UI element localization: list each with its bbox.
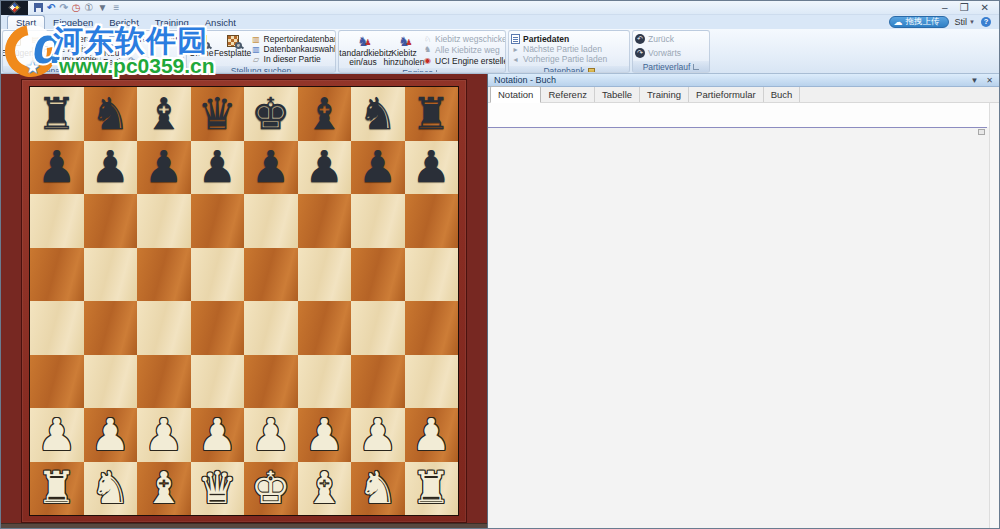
save-icon[interactable] xyxy=(34,3,43,12)
square-h8[interactable]: ♜ xyxy=(405,87,459,141)
tab-buch[interactable]: Buch xyxy=(764,87,801,102)
notation-panel: Notation - Buch ▼ ✕ Notation Referenz Ta… xyxy=(488,74,999,529)
tab-eingeben[interactable]: Eingeben xyxy=(45,16,101,29)
white-pawn[interactable]: ♟ xyxy=(305,413,344,457)
square-d5[interactable] xyxy=(191,248,245,302)
white-bishop[interactable]: ♝ xyxy=(144,466,183,510)
panel-close-icon[interactable]: ✕ xyxy=(986,76,993,85)
square-e3[interactable] xyxy=(244,355,298,409)
square-g5[interactable] xyxy=(351,248,405,302)
brett-kopieren-button[interactable]: ▤Brett kopieren xyxy=(31,34,98,44)
square-e7[interactable]: ♟ xyxy=(244,141,298,195)
engine-one-icon[interactable]: ① xyxy=(85,3,94,13)
square-c2[interactable]: ♟ xyxy=(137,408,191,462)
wiederholen-button[interactable]: ↷Wiederholen xyxy=(127,56,184,66)
square-g7[interactable]: ♟ xyxy=(351,141,405,195)
white-pawn[interactable]: ♟ xyxy=(198,413,237,457)
square-f3[interactable] xyxy=(298,355,352,409)
white-rook[interactable]: ♜ xyxy=(412,466,451,510)
square-f7[interactable]: ♟ xyxy=(298,141,352,195)
window-controls: – ❐ ✕ xyxy=(942,2,999,13)
copy-icon: ▤ xyxy=(31,45,40,54)
white-pawn[interactable]: ♟ xyxy=(91,413,130,457)
notation-empty-body xyxy=(488,128,999,529)
square-b5[interactable] xyxy=(84,248,138,302)
dialog-launcher-icon[interactable] xyxy=(436,70,442,73)
database-select-icon: ▥ xyxy=(252,45,261,54)
square-h7[interactable]: ♟ xyxy=(405,141,459,195)
app-window: ↶ ↷ ◷ ① ▼ ≡ – ❐ ✕ Start Eingeben Bericht… xyxy=(0,0,1000,529)
repertoiredatenbank-button[interactable]: ▥Repertoiredatenbank xyxy=(252,34,336,44)
square-b1[interactable]: ♞ xyxy=(84,462,138,516)
datenbankauswahl-button[interactable]: ▥Datenbankauswahl xyxy=(252,44,336,54)
square-a1[interactable]: ♜ xyxy=(30,462,84,516)
black-pawn[interactable]: ♟ xyxy=(412,145,451,189)
notation-content[interactable] xyxy=(488,103,999,529)
group-label: Stellung suchen xyxy=(231,66,292,73)
partie-kopieren-button[interactable]: ▤Partie kopieren xyxy=(31,44,98,54)
square-b3[interactable] xyxy=(84,355,138,409)
notation-tab-bar: Notation Referenz Tabelle Training Parti… xyxy=(488,87,999,103)
group-label: Partie xyxy=(131,68,153,73)
black-pawn[interactable]: ♟ xyxy=(305,145,344,189)
style-dropdown[interactable]: Stil▼ xyxy=(955,17,975,27)
square-h5[interactable] xyxy=(405,248,459,302)
stellung-kopieren-button[interactable]: ▤Stellung kopieren xyxy=(31,54,98,64)
cloud-icon: ☁ xyxy=(894,17,903,27)
black-king[interactable]: ♚ xyxy=(251,92,290,136)
maximize-button[interactable]: ❐ xyxy=(960,2,969,13)
square-g8[interactable]: ♞ xyxy=(351,87,405,141)
square-h6[interactable] xyxy=(405,194,459,248)
white-bishop[interactable]: ♝ xyxy=(305,466,344,510)
result-marker-icon xyxy=(978,129,985,135)
board-panel: ♜♞♝♛♚♝♞♜♟♟♟♟♟♟♟♟♟♟♟♟♟♟♟♟♜♞♝♛♚♝♞♜ xyxy=(1,74,488,529)
qat-customize-icon[interactable]: ≡ xyxy=(113,3,119,13)
square-e5[interactable] xyxy=(244,248,298,302)
game-data-icon xyxy=(511,34,520,44)
ribbon-group-partieverlauf: ↶Zurück ↷Vorwärts Partieverlauf xyxy=(632,30,710,73)
quick-access-toolbar: ↶ ↷ ◷ ① ▼ ≡ xyxy=(34,3,119,13)
square-b2[interactable]: ♟ xyxy=(84,408,138,462)
minimize-button[interactable]: – xyxy=(942,2,948,13)
group-label: Partieverlauf xyxy=(643,62,691,72)
white-pawn[interactable]: ♟ xyxy=(37,413,76,457)
square-h4[interactable] xyxy=(405,301,459,355)
black-pawn[interactable]: ♟ xyxy=(251,145,290,189)
black-pawn[interactable]: ♟ xyxy=(198,145,237,189)
cloud-upload-button[interactable]: ☁拖拽上传 xyxy=(889,16,949,28)
panel-title: Notation - Buch xyxy=(494,75,556,85)
square-c8[interactable]: ♝ xyxy=(137,87,191,141)
app-menu-button[interactable] xyxy=(1,1,28,15)
square-e4[interactable] xyxy=(244,301,298,355)
alle-kiebitze-weg-button[interactable]: ♞Alle Kiebitze weg xyxy=(423,45,506,55)
square-a8[interactable]: ♜ xyxy=(30,87,84,141)
square-h2[interactable]: ♟ xyxy=(405,408,459,462)
tab-ansicht[interactable]: Ansicht xyxy=(197,16,244,29)
square-b4[interactable] xyxy=(84,301,138,355)
dialog-launcher-icon[interactable] xyxy=(693,64,699,70)
square-a7[interactable]: ♟ xyxy=(30,141,84,195)
help-icon[interactable]: ? xyxy=(981,17,991,27)
clock-icon[interactable]: ◷ xyxy=(72,3,81,13)
square-d6[interactable] xyxy=(191,194,245,248)
ribbon-group-partie: ❏ Neue Partie ↶Rückgängig ↷Wiederholen P… xyxy=(100,30,184,73)
uci-engine-icon: ◉ xyxy=(423,56,432,65)
board-frame: ♜♞♝♛♚♝♞♜♟♟♟♟♟♟♟♟♟♟♟♟♟♟♟♟♜♞♝♛♚♝♞♜ xyxy=(21,79,467,523)
white-pawn[interactable]: ♟ xyxy=(144,413,183,457)
black-pawn[interactable]: ♟ xyxy=(144,145,183,189)
black-rook[interactable]: ♜ xyxy=(37,92,76,136)
square-c1[interactable]: ♝ xyxy=(137,462,191,516)
chevron-down-icon: ▼ xyxy=(969,19,975,25)
chess-board[interactable]: ♜♞♝♛♚♝♞♜♟♟♟♟♟♟♟♟♟♟♟♟♟♟♟♟♜♞♝♛♚♝♞♜ xyxy=(29,86,459,516)
square-h1[interactable]: ♜ xyxy=(405,462,459,516)
square-g3[interactable] xyxy=(351,355,405,409)
rueckgaengig-button[interactable]: ↶Rückgängig xyxy=(127,34,184,44)
square-f8[interactable]: ♝ xyxy=(298,87,352,141)
next-game-icon: ▸ xyxy=(511,45,520,54)
square-b6[interactable] xyxy=(84,194,138,248)
square-d3[interactable] xyxy=(191,355,245,409)
notation-empty-header xyxy=(488,103,999,127)
square-f2[interactable]: ♟ xyxy=(298,408,352,462)
standardkiebitz-button[interactable]: ♞♟ Standardkiebitz ein/aus xyxy=(341,32,385,68)
previous-game-icon: ◂ xyxy=(511,55,520,64)
tab-partieformular[interactable]: Partieformular xyxy=(689,87,764,102)
square-f4[interactable] xyxy=(298,301,352,355)
new-game-icon: ❏ xyxy=(109,33,120,49)
black-knight[interactable]: ♞ xyxy=(91,92,130,136)
black-pawn[interactable]: ♟ xyxy=(358,145,397,189)
redo-icon: ↷ xyxy=(127,56,136,65)
online-suche-button[interactable]: Online xyxy=(189,32,214,66)
redo-icon[interactable]: ↷ xyxy=(59,3,67,13)
tab-training[interactable]: Training xyxy=(640,87,689,102)
kiebitz-hinzuholen-button[interactable]: ♞♟ Kiebitz hinzuholen xyxy=(387,32,421,68)
square-f6[interactable] xyxy=(298,194,352,248)
square-c5[interactable] xyxy=(137,248,191,302)
kiebitz-wegschicken-button[interactable]: ♘Kiebitz wegschicken xyxy=(423,34,506,44)
notation-panel-header[interactable]: Notation - Buch ▼ ✕ xyxy=(488,74,999,87)
group-label: Datenbank xyxy=(543,66,584,73)
kibitzer-icon: ♞♟ xyxy=(357,33,369,49)
square-e1[interactable]: ♚ xyxy=(244,462,298,516)
square-b8[interactable]: ♞ xyxy=(84,87,138,141)
undo-icon[interactable]: ↶ xyxy=(47,3,55,13)
scrollbar[interactable] xyxy=(989,103,999,529)
black-rook[interactable]: ♜ xyxy=(412,92,451,136)
tab-start[interactable]: Start xyxy=(7,15,45,29)
square-b7[interactable]: ♟ xyxy=(84,141,138,195)
black-bishop[interactable]: ♝ xyxy=(305,92,344,136)
white-pawn[interactable]: ♟ xyxy=(251,413,290,457)
titlebar-right-cluster: ☁拖拽上传 Stil▼ ? xyxy=(889,15,991,29)
white-pawn[interactable]: ♟ xyxy=(412,413,451,457)
square-g2[interactable]: ♟ xyxy=(351,408,405,462)
square-c4[interactable] xyxy=(137,301,191,355)
title-bar: ↶ ↷ ◷ ① ▼ ≡ – ❐ ✕ xyxy=(1,1,999,15)
square-a6[interactable] xyxy=(30,194,84,248)
tab-tabelle[interactable]: Tabelle xyxy=(595,87,640,102)
square-d8[interactable]: ♛ xyxy=(191,87,245,141)
back-icon: ↶ xyxy=(635,34,645,44)
vorherige-partie-laden-button[interactable]: ◂Vorherige Partie laden xyxy=(511,54,627,64)
ribbon-group-datenbank: Partiedaten ▸Nächste Partie laden ◂Vorhe… xyxy=(508,30,630,73)
kibitzer-add-icon: ♞♟ xyxy=(398,33,410,49)
square-a2[interactable]: ♟ xyxy=(30,408,84,462)
board-panel-bottom-strip xyxy=(1,523,487,529)
square-h3[interactable] xyxy=(405,355,459,409)
kibitzer-clear-icon: ♞ xyxy=(423,45,432,54)
kibitzer-remove-icon: ♘ xyxy=(423,35,432,44)
naechste-partie-laden-button[interactable]: ▸Nächste Partie laden xyxy=(511,44,627,54)
partiedaten-button[interactable]: Partiedaten xyxy=(511,34,627,44)
festplatte-suche-button[interactable]: Festplatte xyxy=(216,32,250,66)
copy-icon: ▤ xyxy=(31,35,40,44)
game-search-icon: ▱ xyxy=(252,55,261,64)
square-d1[interactable]: ♛ xyxy=(191,462,245,516)
square-e2[interactable]: ♟ xyxy=(244,408,298,462)
paste-icon xyxy=(13,33,21,49)
black-bishop[interactable]: ♝ xyxy=(144,92,183,136)
notation-separator-line xyxy=(488,127,987,128)
database-icon: ▥ xyxy=(252,35,261,44)
square-a3[interactable] xyxy=(30,355,84,409)
white-queen[interactable]: ♛ xyxy=(198,466,237,510)
database-small-icon xyxy=(588,68,595,73)
ribbon-group-engines: ♞♟ Standardkiebitz ein/aus ♞♟ Kiebitz hi… xyxy=(338,30,506,73)
vorwaerts-button[interactable]: ↷Vorwärts xyxy=(635,48,707,58)
square-d4[interactable] xyxy=(191,301,245,355)
ribbon-group-stellung-suchen: Online Festplatte ▥Repertoiredatenbank ▥… xyxy=(186,30,336,73)
neue-partie-button[interactable]: ❏ Neue Partie xyxy=(103,32,125,68)
white-knight[interactable]: ♞ xyxy=(358,466,397,510)
board-search-icon xyxy=(227,33,239,49)
white-rook[interactable]: ♜ xyxy=(37,466,76,510)
black-knight[interactable]: ♞ xyxy=(358,92,397,136)
tab-notation[interactable]: Notation xyxy=(490,86,541,103)
ribbon: Einfügen ▤Brett kopieren ▤Partie kopiere… xyxy=(1,29,999,74)
square-f1[interactable]: ♝ xyxy=(298,462,352,516)
board-search-icon xyxy=(195,33,207,49)
square-f5[interactable] xyxy=(298,248,352,302)
square-g6[interactable] xyxy=(351,194,405,248)
chessbase-logo-icon xyxy=(8,1,21,14)
ribbon-group-zwischenablage: Einfügen ▤Brett kopieren ▤Partie kopiere… xyxy=(2,30,98,73)
close-button[interactable]: ✕ xyxy=(981,2,989,13)
square-d7[interactable]: ♟ xyxy=(191,141,245,195)
square-e8[interactable]: ♚ xyxy=(244,87,298,141)
square-g1[interactable]: ♞ xyxy=(351,462,405,516)
copy-icon: ▤ xyxy=(31,55,40,64)
tab-bericht[interactable]: Bericht xyxy=(101,16,147,29)
black-pawn[interactable]: ♟ xyxy=(91,145,130,189)
square-a4[interactable] xyxy=(30,301,84,355)
white-king[interactable]: ♚ xyxy=(251,466,290,510)
undo-icon: ↶ xyxy=(127,35,136,44)
white-knight[interactable]: ♞ xyxy=(91,466,130,510)
square-d2[interactable]: ♟ xyxy=(191,408,245,462)
square-g4[interactable] xyxy=(351,301,405,355)
forward-icon: ↷ xyxy=(635,48,645,58)
square-a5[interactable] xyxy=(30,248,84,302)
ribbon-tab-row: Start Eingeben Bericht Training Ansicht … xyxy=(1,15,999,29)
uci-engine-erstellen-button[interactable]: ◉UCI Engine erstellen xyxy=(423,56,506,66)
black-queen[interactable]: ♛ xyxy=(198,92,237,136)
panel-collapse-icon[interactable]: ▼ xyxy=(970,76,978,85)
white-pawn[interactable]: ♟ xyxy=(358,413,397,457)
square-c3[interactable] xyxy=(137,355,191,409)
black-pawn[interactable]: ♟ xyxy=(37,145,76,189)
square-c6[interactable] xyxy=(137,194,191,248)
tab-referenz[interactable]: Referenz xyxy=(541,87,595,102)
square-e6[interactable] xyxy=(244,194,298,248)
einfuegen-button[interactable]: Einfügen xyxy=(5,32,29,66)
group-label: Zwischenablage xyxy=(19,66,80,73)
qat-dropdown-icon[interactable]: ▼ xyxy=(97,3,107,13)
in-dieser-partie-button[interactable]: ▱In dieser Partie xyxy=(252,54,336,64)
square-c7[interactable]: ♟ xyxy=(137,141,191,195)
tab-training[interactable]: Training xyxy=(147,16,197,29)
zurueck-button[interactable]: ↶Zurück xyxy=(635,34,707,44)
group-label: Engines xyxy=(402,68,433,73)
